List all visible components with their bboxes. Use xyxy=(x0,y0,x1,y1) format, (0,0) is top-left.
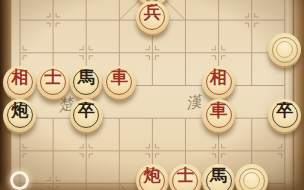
piece-character: 兵 xyxy=(136,1,169,34)
piece-hidden-facedown[interactable] xyxy=(268,33,301,66)
move-indicator-dot[interactable] xyxy=(10,171,29,190)
piece-black-pawn[interactable]: 卒 xyxy=(70,99,103,132)
piece-character: 相 xyxy=(3,66,36,99)
piece-black-cannon[interactable]: 炮 xyxy=(3,99,36,132)
piece-character: 車 xyxy=(202,99,235,132)
piece-character: 馬 xyxy=(202,164,235,190)
piece-red-elephant[interactable]: 相 xyxy=(3,66,36,99)
piece-red-chariot[interactable]: 車 xyxy=(202,99,235,132)
piece-black-horse[interactable]: 馬 xyxy=(70,66,103,99)
pieces-layer: 兵相士馬車相炮卒車卒炮士馬 xyxy=(3,0,301,190)
piece-red-advisor[interactable]: 士 xyxy=(37,66,70,99)
piece-character: 士 xyxy=(169,164,202,190)
xiangqi-game-screen: 楚河 漢界 兵相士馬車相炮卒車卒炮士馬 xyxy=(0,0,304,190)
piece-character: 炮 xyxy=(136,164,169,190)
piece-red-cannon[interactable]: 炮 xyxy=(136,164,169,190)
piece-character: 卒 xyxy=(70,99,103,132)
piece-character: 相 xyxy=(202,66,235,99)
piece-hidden-facedown[interactable] xyxy=(235,164,268,190)
piece-red-pawn[interactable]: 兵 xyxy=(136,1,169,34)
piece-red-chariot[interactable]: 車 xyxy=(103,66,136,99)
piece-red-elephant[interactable]: 相 xyxy=(202,66,235,99)
piece-black-pawn[interactable]: 卒 xyxy=(268,99,301,132)
piece-character: 馬 xyxy=(70,66,103,99)
piece-character: 卒 xyxy=(268,99,301,132)
piece-black-horse[interactable]: 馬 xyxy=(202,164,235,190)
piece-character: 車 xyxy=(103,66,136,99)
piece-red-advisor[interactable]: 士 xyxy=(169,164,202,190)
piece-character: 士 xyxy=(37,66,70,99)
piece-character: 炮 xyxy=(3,99,36,132)
